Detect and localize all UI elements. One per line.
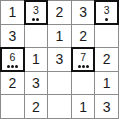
clue-number: 3: [104, 5, 110, 16]
cell-number: 1: [79, 100, 87, 114]
cell-r5c4[interactable]: 1: [72, 95, 95, 118]
pip-icon: [78, 65, 81, 68]
pip-row: [78, 65, 89, 68]
cell-r4c5[interactable]: 1: [95, 72, 118, 95]
clue-cell-r1c2[interactable]: 3: [24, 0, 49, 25]
clue-number: 3: [33, 5, 39, 16]
cell-number: 3: [8, 29, 16, 43]
cell-number: 2: [8, 76, 16, 90]
cell-r3c2[interactable]: 1: [25, 48, 48, 71]
cell-r1c1[interactable]: 1: [1, 1, 24, 24]
pip-icon: [105, 18, 108, 21]
cell-r2c5[interactable]: [95, 25, 118, 48]
pip-icon: [15, 65, 18, 68]
puzzle-board: 1323331261372231213: [0, 0, 119, 119]
cell-r5c2[interactable]: 2: [25, 95, 48, 118]
cell-r2c1[interactable]: 3: [1, 25, 24, 48]
pip-icon: [7, 65, 10, 68]
cell-r2c4[interactable]: 2: [72, 25, 95, 48]
cell-number: 1: [56, 29, 64, 43]
cell-r3c3[interactable]: 3: [48, 48, 71, 71]
cell-number: 2: [103, 52, 111, 66]
cell-r4c1[interactable]: 2: [1, 72, 24, 95]
cell-r3c5[interactable]: 2: [95, 48, 118, 71]
pip-row: [7, 65, 18, 68]
pip-icon: [11, 65, 14, 68]
cell-r5c1[interactable]: [1, 95, 24, 118]
cell-number: 3: [103, 100, 111, 114]
clue-number: 6: [9, 52, 15, 63]
cell-r1c3[interactable]: 2: [48, 1, 71, 24]
cell-r1c4[interactable]: 3: [72, 1, 95, 24]
cell-number: 3: [79, 5, 87, 19]
cell-number: 2: [32, 100, 40, 114]
clue-cell-r1c5[interactable]: 3: [94, 0, 119, 25]
cell-number: 1: [32, 52, 40, 66]
cell-number: 3: [56, 52, 64, 66]
cell-number: 2: [79, 29, 87, 43]
pip-row: [105, 18, 108, 21]
clue-cell-r3c1[interactable]: 6: [0, 47, 25, 72]
cell-r2c3[interactable]: 1: [48, 25, 71, 48]
pip-row: [32, 18, 39, 21]
cell-r4c2[interactable]: 3: [25, 72, 48, 95]
pip-icon: [86, 65, 89, 68]
clue-cell-r3c4[interactable]: 7: [71, 47, 96, 72]
cell-r5c5[interactable]: 3: [95, 95, 118, 118]
cell-r5c3[interactable]: [48, 95, 71, 118]
pip-icon: [82, 65, 85, 68]
cell-number: 1: [103, 76, 111, 90]
cell-number: 3: [32, 76, 40, 90]
cell-r2c2[interactable]: [25, 25, 48, 48]
cell-number: 1: [8, 5, 16, 19]
clue-number: 7: [80, 52, 86, 63]
cell-number: 2: [56, 5, 64, 19]
pip-icon: [32, 18, 35, 21]
pip-icon: [36, 18, 39, 21]
cell-r4c3[interactable]: [48, 72, 71, 95]
cell-r4c4[interactable]: [72, 72, 95, 95]
